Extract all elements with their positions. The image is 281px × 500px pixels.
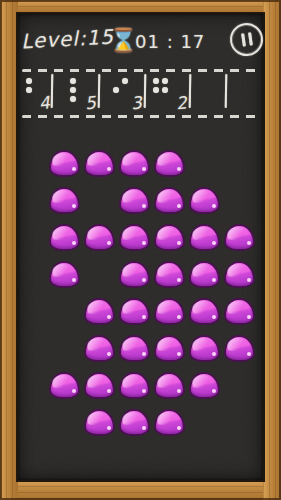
gumdrop[interactable] <box>119 224 150 251</box>
answer-number: 5 <box>84 92 97 113</box>
gumdrop[interactable] <box>189 261 220 288</box>
hourglass-icon: ⌛ <box>109 27 138 54</box>
gumdrop[interactable] <box>154 261 185 288</box>
gumdrop[interactable] <box>84 409 115 436</box>
slot-divider <box>51 74 54 108</box>
gumdrop[interactable] <box>189 187 220 214</box>
gumdrop[interactable] <box>84 224 115 251</box>
answer-slot: 4 <box>26 76 50 114</box>
dice-dot <box>26 87 32 93</box>
gumdrop[interactable] <box>84 372 115 399</box>
dice-dot <box>70 87 76 93</box>
gumdrop[interactable] <box>189 224 220 251</box>
dice-dot <box>162 78 168 84</box>
pause-icon <box>241 33 246 46</box>
gumdrop[interactable] <box>119 409 150 436</box>
gumdrop[interactable] <box>49 261 80 288</box>
gumdrop[interactable] <box>84 298 115 325</box>
gumdrop[interactable] <box>119 261 150 288</box>
timer-text: 01 : 17 <box>135 31 205 52</box>
dashed-divider-bottom <box>22 115 259 118</box>
gumdrop[interactable] <box>119 335 150 362</box>
dice-dot <box>70 96 76 102</box>
dice-dot <box>153 78 159 84</box>
gumdrop[interactable] <box>49 224 80 251</box>
wood-frame-bottom <box>0 480 281 500</box>
gumdrop[interactable] <box>154 224 185 251</box>
slot-divider <box>225 74 228 108</box>
chalkboard: Level:15 ⌛ 01 : 17 4532 <box>18 14 263 480</box>
answer-number: 4 <box>38 92 51 113</box>
gumdrop[interactable] <box>189 335 220 362</box>
answer-slot: 2 <box>153 76 187 114</box>
gumdrop[interactable] <box>119 150 150 177</box>
answer-number: 3 <box>130 92 143 113</box>
gumdrop[interactable] <box>224 335 255 362</box>
dice-dot <box>122 78 128 84</box>
answer-slot: 3 <box>113 76 142 114</box>
gumdrop[interactable] <box>154 298 185 325</box>
gumdrop[interactable] <box>154 409 185 436</box>
gumdrop[interactable] <box>224 298 255 325</box>
game-window: Level:15 ⌛ 01 : 17 4532 <box>0 0 281 500</box>
gumdrop[interactable] <box>154 372 185 399</box>
slot-divider <box>144 74 147 108</box>
dice-dot <box>162 87 168 93</box>
wood-frame-right <box>263 0 281 500</box>
wood-frame-top <box>0 0 281 14</box>
gumdrop[interactable] <box>49 372 80 399</box>
dashed-divider-top <box>22 69 259 72</box>
dice-dot <box>113 87 119 93</box>
pause-icon <box>248 32 253 45</box>
gumdrop[interactable] <box>49 187 80 214</box>
gumdrop[interactable] <box>119 187 150 214</box>
gumdrop[interactable] <box>189 298 220 325</box>
answer-slot <box>193 76 223 114</box>
answer-number: 2 <box>175 92 188 113</box>
gumdrop-grid <box>47 145 257 441</box>
level-label: Level:15 <box>20 25 114 54</box>
gumdrop[interactable] <box>119 372 150 399</box>
answer-slot: 5 <box>70 76 96 114</box>
gumdrop[interactable] <box>84 150 115 177</box>
gumdrop[interactable] <box>224 261 255 288</box>
dice-dot <box>153 87 159 93</box>
pause-button[interactable] <box>228 21 265 58</box>
slot-divider <box>189 74 192 108</box>
dice-dot <box>70 78 76 84</box>
slot-divider <box>98 74 101 108</box>
gumdrop[interactable] <box>189 372 220 399</box>
gumdrop[interactable] <box>154 150 185 177</box>
gumdrop[interactable] <box>154 187 185 214</box>
gumdrop[interactable] <box>154 335 185 362</box>
gumdrop[interactable] <box>84 335 115 362</box>
gumdrop[interactable] <box>224 224 255 251</box>
wood-frame-left <box>0 0 18 500</box>
gumdrop[interactable] <box>119 298 150 325</box>
gumdrop[interactable] <box>49 150 80 177</box>
dice-dot <box>26 78 32 84</box>
